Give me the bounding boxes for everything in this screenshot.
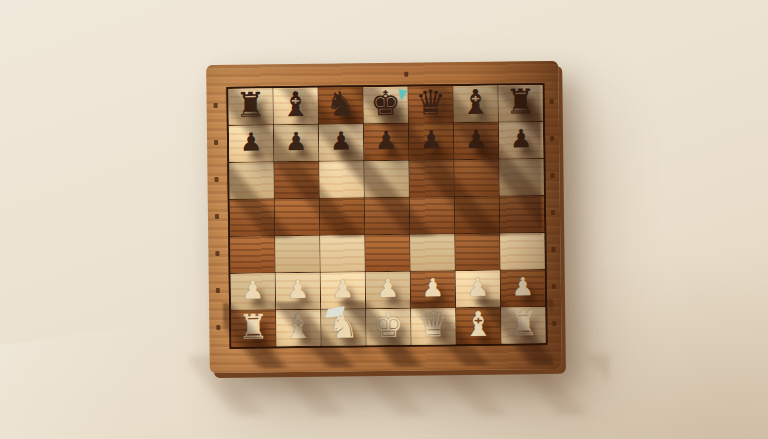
frame-mark-top bbox=[404, 72, 408, 77]
frame-rank-mark bbox=[550, 173, 554, 178]
frame-rank-mark bbox=[214, 140, 218, 145]
board-square bbox=[365, 198, 409, 235]
scene: ♜♝♞♚♛♝♜♟♟♟♟♟♟♟♟♟♟♟♟♟♟♜♝♞♚♛♝♜ bbox=[0, 0, 768, 439]
frame-rank-mark bbox=[550, 136, 554, 141]
board-square bbox=[501, 307, 545, 344]
board-square bbox=[410, 234, 454, 271]
board-square bbox=[499, 122, 543, 159]
board-square bbox=[321, 272, 365, 309]
frame-rank-mark bbox=[216, 325, 220, 330]
frame-rank-mark bbox=[214, 103, 218, 108]
board-square bbox=[320, 198, 364, 235]
board-square bbox=[456, 308, 500, 345]
chess-board: ♜♝♞♚♛♝♜♟♟♟♟♟♟♟♟♟♟♟♟♟♟♜♝♞♚♛♝♜ bbox=[206, 61, 562, 373]
board-square bbox=[275, 236, 319, 273]
board-square bbox=[411, 271, 455, 308]
frame-rank-mark bbox=[215, 251, 219, 256]
board-square bbox=[365, 235, 409, 272]
board-square bbox=[366, 309, 410, 346]
frame-rank-mark bbox=[215, 177, 219, 182]
board-square bbox=[364, 161, 408, 198]
board-square bbox=[230, 236, 274, 273]
board-square bbox=[454, 123, 498, 160]
board-square bbox=[319, 124, 363, 161]
board-square bbox=[500, 196, 544, 233]
frame-rank-mark bbox=[552, 284, 556, 289]
frame-rank-mark bbox=[216, 288, 220, 293]
board-square bbox=[274, 125, 318, 162]
frame-rank-mark bbox=[215, 214, 219, 219]
board-square bbox=[455, 197, 499, 234]
board-square bbox=[453, 86, 497, 123]
board-square bbox=[318, 87, 362, 124]
board-square bbox=[500, 233, 544, 270]
board-square bbox=[411, 308, 455, 345]
board-square bbox=[275, 199, 319, 236]
board-square bbox=[454, 160, 498, 197]
coordinate-marks bbox=[206, 61, 558, 65]
board-square bbox=[231, 273, 275, 310]
board-square bbox=[408, 86, 452, 123]
board-square bbox=[366, 272, 410, 309]
board-square bbox=[364, 124, 408, 161]
board-square bbox=[319, 161, 363, 198]
board-square bbox=[501, 270, 545, 307]
board-square bbox=[409, 160, 453, 197]
board-square bbox=[320, 235, 364, 272]
board-grid bbox=[226, 83, 547, 349]
board-square bbox=[276, 273, 320, 310]
board-square bbox=[230, 199, 274, 236]
board-square bbox=[409, 123, 453, 160]
board-square bbox=[229, 125, 273, 162]
frame-rank-mark bbox=[552, 320, 556, 325]
board-square bbox=[410, 197, 454, 234]
board-square bbox=[498, 85, 542, 122]
board-square bbox=[231, 310, 275, 347]
board-square bbox=[228, 88, 272, 125]
board-square bbox=[229, 162, 273, 199]
frame-rank-mark bbox=[550, 99, 554, 104]
board-square bbox=[273, 88, 317, 125]
board-square bbox=[276, 310, 320, 347]
board-square bbox=[274, 162, 318, 199]
frame-rank-mark bbox=[551, 247, 555, 252]
frame-rank-mark bbox=[551, 210, 555, 215]
board-square bbox=[455, 234, 499, 271]
board-square bbox=[456, 271, 500, 308]
board-square bbox=[499, 159, 543, 196]
